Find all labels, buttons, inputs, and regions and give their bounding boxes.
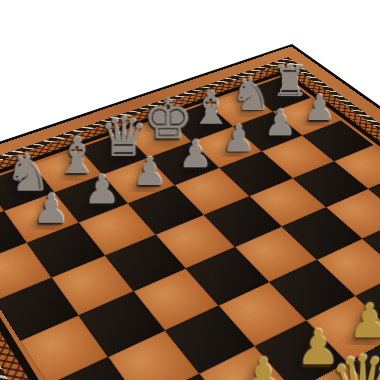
white-queen[interactable]: ♛ bbox=[307, 346, 380, 380]
chess-board-grid: ♜♞♝♛♚♝♞♜♟♟♟♟♟♟♟♟♟♟♟♟♟♟♟♟♜♞♝♛♚♝♞♜ bbox=[0, 77, 380, 380]
border-black-band: ♜♞♝♛♚♝♞♜♟♟♟♟♟♟♟♟♟♟♟♟♟♟♟♟♜♞♝♛♚♝♞♜ bbox=[0, 70, 380, 380]
black-pawn[interactable]: ♟ bbox=[0, 208, 43, 250]
square-b3[interactable] bbox=[108, 331, 199, 380]
photo-scene: ♜♞♝♛♚♝♞♜♟♟♟♟♟♟♟♟♟♟♟♟♟♟♟♟♜♞♝♛♚♝♞♜ bbox=[0, 0, 380, 380]
border-inner-leather-line: ♜♞♝♛♚♝♞♜♟♟♟♟♟♟♟♟♟♟♟♟♟♟♟♟♜♞♝♛♚♝♞♜ bbox=[0, 74, 380, 380]
border-stud-row: ♜♞♝♛♚♝♞♜♟♟♟♟♟♟♟♟♟♟♟♟♟♟♟♟♜♞♝♛♚♝♞♜ bbox=[0, 57, 380, 380]
chess-board: ♜♞♝♛♚♝♞♜♟♟♟♟♟♟♟♟♟♟♟♟♟♟♟♟♜♞♝♛♚♝♞♜ bbox=[0, 44, 380, 380]
board-outer-edge: ♜♞♝♛♚♝♞♜♟♟♟♟♟♟♟♟♟♟♟♟♟♟♟♟♜♞♝♛♚♝♞♜ bbox=[0, 44, 380, 380]
border-leather-band: ♜♞♝♛♚♝♞♜♟♟♟♟♟♟♟♟♟♟♟♟♟♟♟♟♜♞♝♛♚♝♞♜ bbox=[0, 47, 380, 380]
border-tooled-leaf-band: ♜♞♝♛♚♝♞♜♟♟♟♟♟♟♟♟♟♟♟♟♟♟♟♟♜♞♝♛♚♝♞♜ bbox=[0, 62, 380, 380]
